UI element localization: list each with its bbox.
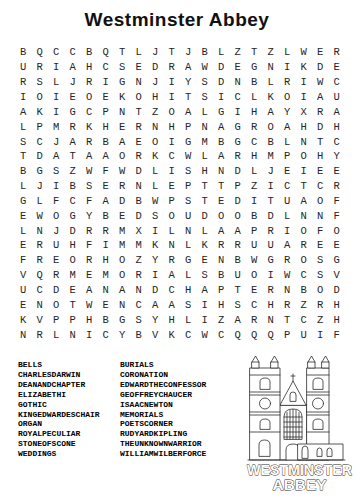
grid-cell[interactable]: T (15, 149, 32, 164)
grid-cell[interactable]: J (48, 223, 65, 238)
grid-cell[interactable]: W (81, 164, 98, 179)
grid-cell[interactable]: U (279, 194, 296, 209)
grid-cell[interactable]: I (147, 223, 164, 238)
grid-cell[interactable]: N (131, 283, 148, 298)
grid-cell[interactable]: L (197, 223, 214, 238)
grid-cell[interactable]: T (197, 194, 214, 209)
grid-cell[interactable]: E (279, 164, 296, 179)
grid-cell[interactable]: Z (230, 45, 247, 60)
grid-cell[interactable]: R (32, 327, 49, 342)
grid-cell[interactable]: A (213, 119, 230, 134)
grid-cell[interactable]: K (197, 238, 214, 253)
grid-cell[interactable]: C (296, 268, 313, 283)
grid-cell[interactable]: L (279, 208, 296, 223)
word-list-item[interactable]: DEANANDCHAPTER (18, 380, 120, 390)
grid-cell[interactable]: K (15, 312, 32, 327)
grid-cell[interactable]: B (15, 164, 32, 179)
grid-cell[interactable]: A (81, 283, 98, 298)
grid-cell[interactable]: N (164, 238, 181, 253)
word-list-item[interactable]: ELIZABETHI (18, 390, 120, 400)
grid-cell[interactable]: Y (147, 312, 164, 327)
grid-cell[interactable]: I (312, 327, 329, 342)
grid-cell[interactable]: C (98, 60, 115, 75)
grid-cell[interactable]: I (98, 75, 115, 90)
grid-cell[interactable]: Z (147, 104, 164, 119)
grid-cell[interactable]: W (197, 327, 214, 342)
grid-cell[interactable]: E (246, 283, 263, 298)
grid-cell[interactable]: G (65, 208, 82, 223)
grid-cell[interactable]: V (32, 312, 49, 327)
grid-cell[interactable]: Q (32, 45, 49, 60)
word-list-item[interactable]: ROYALPECULIAR (18, 429, 120, 439)
grid-cell[interactable]: R (98, 223, 115, 238)
grid-cell[interactable]: I (48, 104, 65, 119)
grid-cell[interactable]: L (48, 327, 65, 342)
grid-cell[interactable]: W (197, 60, 214, 75)
grid-cell[interactable]: L (180, 312, 197, 327)
grid-cell[interactable]: O (32, 90, 49, 105)
grid-cell[interactable]: U (296, 327, 313, 342)
grid-cell[interactable]: I (263, 179, 280, 194)
grid-cell[interactable]: T (246, 45, 263, 60)
grid-cell[interactable]: R (81, 75, 98, 90)
grid-cell[interactable]: N (230, 75, 247, 90)
grid-cell[interactable]: F (81, 194, 98, 209)
grid-cell[interactable]: T (312, 134, 329, 149)
grid-cell[interactable]: S (180, 297, 197, 312)
grid-cell[interactable]: L (213, 45, 230, 60)
grid-cell[interactable]: K (114, 90, 131, 105)
grid-cell[interactable]: A (98, 149, 115, 164)
grid-cell[interactable]: B (81, 45, 98, 60)
grid-cell[interactable]: H (329, 119, 346, 134)
grid-cell[interactable]: H (312, 149, 329, 164)
grid-cell[interactable]: G (15, 194, 32, 209)
grid-cell[interactable]: R (15, 75, 32, 90)
grid-cell[interactable]: I (164, 134, 181, 149)
grid-cell[interactable]: J (147, 45, 164, 60)
grid-cell[interactable]: D (197, 208, 214, 223)
grid-cell[interactable]: U (246, 238, 263, 253)
grid-cell[interactable]: T (131, 104, 148, 119)
grid-cell[interactable]: A (147, 297, 164, 312)
grid-cell[interactable]: A (180, 104, 197, 119)
grid-cell[interactable]: I (213, 90, 230, 105)
grid-cell[interactable]: O (296, 253, 313, 268)
grid-cell[interactable]: Z (312, 312, 329, 327)
grid-cell[interactable]: R (32, 253, 49, 268)
grid-cell[interactable]: G (230, 134, 247, 149)
grid-cell[interactable]: M (263, 149, 280, 164)
grid-cell[interactable]: A (230, 223, 247, 238)
grid-cell[interactable]: O (213, 208, 230, 223)
grid-cell[interactable]: B (98, 312, 115, 327)
grid-cell[interactable]: Z (131, 253, 148, 268)
grid-cell[interactable]: J (147, 75, 164, 90)
grid-cell[interactable]: L (180, 238, 197, 253)
grid-cell[interactable]: D (131, 164, 148, 179)
grid-cell[interactable]: K (296, 60, 313, 75)
word-list-item[interactable]: KINGEDWARDESCHAIR (18, 410, 120, 420)
grid-cell[interactable]: P (279, 327, 296, 342)
grid-cell[interactable]: G (246, 60, 263, 75)
grid-cell[interactable]: O (263, 119, 280, 134)
grid-cell[interactable]: X (131, 223, 148, 238)
grid-cell[interactable]: B (213, 268, 230, 283)
grid-cell[interactable]: R (230, 238, 247, 253)
grid-cell[interactable]: O (114, 268, 131, 283)
grid-cell[interactable]: A (48, 149, 65, 164)
grid-cell[interactable]: U (15, 60, 32, 75)
grid-cell[interactable]: A (230, 312, 247, 327)
grid-cell[interactable]: N (15, 327, 32, 342)
grid-cell[interactable]: A (114, 283, 131, 298)
grid-cell[interactable]: O (312, 194, 329, 209)
grid-cell[interactable]: I (197, 312, 214, 327)
grid-cell[interactable]: O (279, 90, 296, 105)
grid-cell[interactable]: D (230, 194, 247, 209)
grid-cell[interactable]: S (180, 194, 197, 209)
grid-cell[interactable]: N (296, 134, 313, 149)
grid-cell[interactable]: H (164, 119, 181, 134)
grid-cell[interactable]: G (213, 104, 230, 119)
grid-cell[interactable]: R (131, 119, 148, 134)
grid-cell[interactable]: N (98, 283, 115, 298)
grid-cell[interactable]: J (180, 45, 197, 60)
grid-cell[interactable]: I (197, 297, 214, 312)
grid-cell[interactable]: I (81, 327, 98, 342)
grid-cell[interactable]: R (48, 268, 65, 283)
grid-cell[interactable]: O (230, 208, 247, 223)
grid-cell[interactable]: O (296, 223, 313, 238)
grid-cell[interactable]: L (15, 119, 32, 134)
grid-cell[interactable]: Y (180, 75, 197, 90)
grid-cell[interactable]: D (48, 283, 65, 298)
grid-cell[interactable]: G (114, 75, 131, 90)
grid-cell[interactable]: D (147, 283, 164, 298)
grid-cell[interactable]: M (197, 134, 214, 149)
grid-cell[interactable]: N (213, 164, 230, 179)
grid-cell[interactable]: E (65, 90, 82, 105)
grid-cell[interactable]: B (131, 327, 148, 342)
grid-cell[interactable]: C (131, 297, 148, 312)
grid-cell[interactable]: M (65, 268, 82, 283)
grid-cell[interactable]: H (246, 149, 263, 164)
grid-cell[interactable]: T (114, 45, 131, 60)
grid-cell[interactable]: H (263, 297, 280, 312)
grid-cell[interactable]: S (230, 297, 247, 312)
grid-cell[interactable]: L (279, 45, 296, 60)
grid-cell[interactable]: K (164, 327, 181, 342)
grid-cell[interactable]: A (213, 149, 230, 164)
grid-cell[interactable]: D (65, 223, 82, 238)
grid-cell[interactable]: R (279, 253, 296, 268)
grid-cell[interactable]: J (32, 179, 49, 194)
grid-cell[interactable]: C (246, 134, 263, 149)
grid-cell[interactable]: R (114, 179, 131, 194)
grid-cell[interactable]: R (246, 312, 263, 327)
grid-cell[interactable]: L (263, 75, 280, 90)
grid-cell[interactable]: P (98, 104, 115, 119)
grid-cell[interactable]: G (329, 253, 346, 268)
grid-cell[interactable]: C (81, 104, 98, 119)
grid-cell[interactable]: T (213, 179, 230, 194)
grid-cell[interactable]: R (213, 238, 230, 253)
grid-cell[interactable]: B (296, 283, 313, 298)
grid-cell[interactable]: P (65, 312, 82, 327)
grid-cell[interactable]: Y (81, 208, 98, 223)
grid-cell[interactable]: P (180, 179, 197, 194)
grid-cell[interactable]: S (197, 90, 214, 105)
grid-cell[interactable]: J (48, 134, 65, 149)
grid-cell[interactable]: Q (230, 327, 247, 342)
grid-cell[interactable]: B (213, 134, 230, 149)
grid-cell[interactable]: L (164, 223, 181, 238)
grid-cell[interactable]: V (147, 327, 164, 342)
grid-cell[interactable]: U (230, 268, 247, 283)
grid-cell[interactable]: H (98, 119, 115, 134)
grid-cell[interactable]: I (230, 104, 247, 119)
grid-cell[interactable]: S (312, 253, 329, 268)
grid-cell[interactable]: M (131, 238, 148, 253)
grid-cell[interactable]: T (296, 179, 313, 194)
grid-cell[interactable]: O (312, 283, 329, 298)
grid-cell[interactable]: I (48, 60, 65, 75)
grid-cell[interactable]: N (279, 283, 296, 298)
grid-cell[interactable]: S (131, 312, 148, 327)
grid-cell[interactable]: J (263, 164, 280, 179)
grid-cell[interactable]: T (180, 90, 197, 105)
grid-cell[interactable]: A (81, 149, 98, 164)
grid-cell[interactable]: U (15, 283, 32, 298)
word-list-item[interactable]: RUDYARDKIPLING (120, 429, 206, 439)
grid-cell[interactable]: F (81, 238, 98, 253)
grid-cell[interactable]: F (329, 327, 346, 342)
grid-cell[interactable]: G (32, 164, 49, 179)
grid-cell[interactable]: E (329, 164, 346, 179)
grid-cell[interactable]: H (197, 164, 214, 179)
grid-cell[interactable]: F (15, 253, 32, 268)
grid-cell[interactable]: W (147, 194, 164, 209)
grid-cell[interactable]: K (263, 90, 280, 105)
grid-cell[interactable]: N (32, 223, 49, 238)
grid-cell[interactable]: E (48, 253, 65, 268)
grid-cell[interactable]: F (329, 194, 346, 209)
grid-cell[interactable]: C (98, 327, 115, 342)
grid-cell[interactable]: D (329, 283, 346, 298)
grid-cell[interactable]: L (246, 164, 263, 179)
grid-cell[interactable]: R (296, 238, 313, 253)
grid-cell[interactable]: E (213, 194, 230, 209)
grid-cell[interactable]: B (15, 45, 32, 60)
grid-cell[interactable]: E (131, 60, 148, 75)
grid-cell[interactable]: D (312, 60, 329, 75)
grid-cell[interactable]: W (114, 164, 131, 179)
grid-cell[interactable]: A (180, 60, 197, 75)
grid-cell[interactable]: T (279, 312, 296, 327)
grid-cell[interactable]: G (230, 119, 247, 134)
grid-cell[interactable]: C (329, 134, 346, 149)
grid-cell[interactable]: R (65, 119, 82, 134)
grid-cell[interactable]: O (48, 208, 65, 223)
grid-cell[interactable]: G (180, 253, 197, 268)
grid-cell[interactable]: R (263, 223, 280, 238)
grid-cell[interactable]: C (48, 45, 65, 60)
grid-cell[interactable]: N (32, 297, 49, 312)
grid-cell[interactable]: B (65, 179, 82, 194)
grid-cell[interactable]: I (164, 90, 181, 105)
grid-cell[interactable]: H (81, 60, 98, 75)
grid-cell[interactable]: R (32, 238, 49, 253)
grid-cell[interactable]: N (65, 327, 82, 342)
grid-cell[interactable]: R (329, 45, 346, 60)
grid-cell[interactable]: P (230, 179, 247, 194)
grid-cell[interactable]: G (65, 104, 82, 119)
grid-cell[interactable]: N (131, 179, 148, 194)
grid-cell[interactable]: C (246, 297, 263, 312)
grid-cell[interactable]: Y (279, 104, 296, 119)
grid-cell[interactable]: P (164, 194, 181, 209)
grid-cell[interactable]: R (279, 297, 296, 312)
grid-cell[interactable]: C (230, 90, 247, 105)
grid-cell[interactable]: P (180, 119, 197, 134)
grid-cell[interactable]: E (329, 238, 346, 253)
grid-cell[interactable]: D (213, 75, 230, 90)
grid-cell[interactable]: O (147, 134, 164, 149)
grid-cell[interactable]: D (213, 60, 230, 75)
grid-cell[interactable]: B (230, 253, 247, 268)
grid-cell[interactable]: L (147, 164, 164, 179)
grid-cell[interactable]: I (246, 194, 263, 209)
grid-cell[interactable]: N (213, 253, 230, 268)
grid-cell[interactable]: O (114, 253, 131, 268)
grid-cell[interactable]: R (32, 60, 49, 75)
grid-cell[interactable]: R (131, 268, 148, 283)
grid-cell[interactable]: I (279, 223, 296, 238)
grid-cell[interactable]: T (263, 194, 280, 209)
grid-cell[interactable]: A (65, 134, 82, 149)
grid-cell[interactable]: A (312, 90, 329, 105)
grid-cell[interactable]: P (246, 223, 263, 238)
word-list-item[interactable]: ORGAN (18, 419, 120, 429)
grid-cell[interactable]: L (15, 179, 32, 194)
grid-cell[interactable]: L (246, 90, 263, 105)
grid-cell[interactable]: A (213, 223, 230, 238)
grid-cell[interactable]: U (263, 238, 280, 253)
grid-cell[interactable]: H (164, 312, 181, 327)
grid-cell[interactable]: O (164, 208, 181, 223)
grid-cell[interactable]: H (180, 283, 197, 298)
grid-cell[interactable]: A (114, 134, 131, 149)
grid-cell[interactable]: D (147, 60, 164, 75)
grid-cell[interactable]: U (180, 208, 197, 223)
grid-cell[interactable]: C (32, 283, 49, 298)
grid-cell[interactable]: S (81, 179, 98, 194)
grid-cell[interactable]: N (263, 312, 280, 327)
grid-cell[interactable]: N (197, 119, 214, 134)
grid-cell[interactable]: K (81, 119, 98, 134)
grid-cell[interactable]: S (114, 60, 131, 75)
grid-cell[interactable]: I (263, 268, 280, 283)
word-list-item[interactable]: BELLS (18, 360, 120, 370)
grid-cell[interactable]: N (131, 75, 148, 90)
grid-cell[interactable]: R (81, 223, 98, 238)
grid-cell[interactable]: S (147, 208, 164, 223)
word-list-item[interactable]: POETSCORNER (120, 419, 206, 429)
grid-cell[interactable]: E (312, 238, 329, 253)
grid-cell[interactable]: P (213, 283, 230, 298)
grid-cell[interactable]: E (114, 119, 131, 134)
grid-cell[interactable]: H (329, 297, 346, 312)
grid-cell[interactable]: E (131, 134, 148, 149)
grid-cell[interactable]: I (15, 90, 32, 105)
grid-cell[interactable]: R (164, 253, 181, 268)
grid-cell[interactable]: P (32, 119, 49, 134)
grid-cell[interactable]: L (180, 268, 197, 283)
grid-cell[interactable]: F (98, 164, 115, 179)
word-list-item[interactable]: GEOFFREYCHAUCER (120, 390, 206, 400)
grid-cell[interactable]: L (147, 179, 164, 194)
grid-cell[interactable]: N (312, 208, 329, 223)
grid-cell[interactable]: N (114, 297, 131, 312)
grid-cell[interactable]: I (279, 60, 296, 75)
grid-cell[interactable]: L (32, 194, 49, 209)
grid-cell[interactable]: I (164, 164, 181, 179)
grid-cell[interactable]: D (263, 208, 280, 223)
grid-cell[interactable]: W (32, 208, 49, 223)
grid-cell[interactable]: W (246, 253, 263, 268)
grid-cell[interactable]: Z (213, 312, 230, 327)
grid-cell[interactable]: M (114, 238, 131, 253)
grid-cell[interactable]: C (65, 194, 82, 209)
grid-cell[interactable]: Y (147, 253, 164, 268)
grid-cell[interactable]: E (98, 297, 115, 312)
grid-cell[interactable]: A (164, 268, 181, 283)
grid-cell[interactable]: B (131, 194, 148, 209)
word-list-item[interactable]: BURIALS (120, 360, 206, 370)
grid-cell[interactable]: E (65, 283, 82, 298)
grid-cell[interactable]: V (329, 268, 346, 283)
grid-cell[interactable]: L (279, 134, 296, 149)
grid-cell[interactable]: E (312, 45, 329, 60)
grid-cell[interactable]: R (312, 104, 329, 119)
grid-cell[interactable]: G (263, 253, 280, 268)
grid-cell[interactable]: L (131, 45, 148, 60)
word-list-item[interactable]: THEUNKNOWNWARRIOR (120, 439, 206, 449)
grid-cell[interactable]: B (246, 75, 263, 90)
grid-cell[interactable]: K (147, 238, 164, 253)
grid-cell[interactable]: R (131, 149, 148, 164)
grid-cell[interactable]: C (279, 179, 296, 194)
grid-cell[interactable]: Z (263, 45, 280, 60)
grid-cell[interactable]: T (65, 149, 82, 164)
grid-cell[interactable]: Y (114, 327, 131, 342)
grid-cell[interactable]: K (32, 104, 49, 119)
grid-cell[interactable]: L (197, 104, 214, 119)
grid-cell[interactable]: C (296, 312, 313, 327)
grid-cell[interactable]: S (312, 268, 329, 283)
grid-cell[interactable]: L (197, 149, 214, 164)
grid-cell[interactable]: I (48, 179, 65, 194)
grid-cell[interactable]: R (164, 60, 181, 75)
grid-cell[interactable]: H (213, 297, 230, 312)
grid-cell[interactable]: E (312, 164, 329, 179)
grid-cell[interactable]: C (312, 179, 329, 194)
grid-cell[interactable]: A (279, 119, 296, 134)
grid-cell[interactable]: E (98, 90, 115, 105)
grid-cell[interactable]: H (329, 312, 346, 327)
grid-cell[interactable]: E (230, 60, 247, 75)
